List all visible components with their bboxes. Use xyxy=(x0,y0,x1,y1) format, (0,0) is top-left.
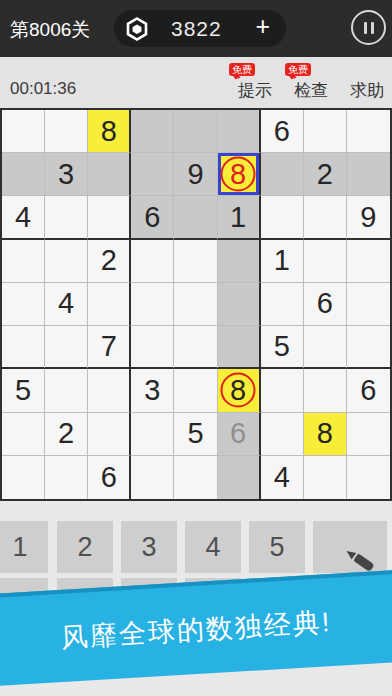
cell-digit: 5 xyxy=(15,374,31,407)
top-bar: 第8006关 3822 + xyxy=(0,0,392,57)
cell-r0c7[interactable] xyxy=(304,110,347,153)
cell-r6c7[interactable] xyxy=(304,369,347,412)
cell-r7c7[interactable]: 8 xyxy=(304,413,347,456)
cell-r1c5[interactable]: 8 xyxy=(218,153,261,196)
cell-digit: 8 xyxy=(230,158,246,191)
free-badge: 免费 xyxy=(285,63,311,76)
cell-r3c8[interactable] xyxy=(347,240,390,283)
pause-icon xyxy=(364,22,367,34)
cell-digit: 6 xyxy=(317,287,333,320)
cell-r8c3[interactable] xyxy=(131,456,174,499)
cell-r1c1[interactable]: 3 xyxy=(45,153,88,196)
cell-r2c3[interactable]: 6 xyxy=(131,196,174,239)
cell-r6c5[interactable]: 8 xyxy=(218,369,261,412)
cell-r3c5[interactable] xyxy=(218,240,261,283)
cell-digit: 9 xyxy=(360,201,376,234)
cell-r8c4[interactable] xyxy=(174,456,217,499)
cell-digit: 1 xyxy=(230,201,246,234)
sudoku-board: 86398246192146755386256864 xyxy=(0,108,392,501)
cell-r2c7[interactable] xyxy=(304,196,347,239)
free-badge: 免费 xyxy=(229,63,255,76)
cell-r6c4[interactable] xyxy=(174,369,217,412)
cell-r5c6[interactable]: 5 xyxy=(261,326,304,369)
cell-r3c6[interactable]: 1 xyxy=(261,240,304,283)
cell-r6c6[interactable] xyxy=(261,369,304,412)
cell-digit: 5 xyxy=(187,417,203,450)
cell-r4c0[interactable] xyxy=(2,283,45,326)
cell-r8c2[interactable]: 6 xyxy=(88,456,131,499)
cell-r8c5[interactable] xyxy=(218,456,261,499)
cell-r8c8[interactable] xyxy=(347,456,390,499)
cell-r7c2[interactable] xyxy=(88,413,131,456)
cell-digit: 2 xyxy=(58,417,74,450)
cell-r2c4[interactable] xyxy=(174,196,217,239)
cell-digit: 8 xyxy=(230,374,246,407)
cell-digit: 4 xyxy=(58,287,74,320)
cell-r3c4[interactable] xyxy=(174,240,217,283)
cell-digit: 6 xyxy=(144,201,160,234)
cell-digit: 3 xyxy=(144,374,160,407)
cell-r1c8[interactable] xyxy=(347,153,390,196)
cell-r5c3[interactable] xyxy=(131,326,174,369)
cell-r7c5[interactable]: 6 xyxy=(218,413,261,456)
numpad-button-3[interactable]: 3 xyxy=(121,521,177,573)
cell-r6c8[interactable]: 6 xyxy=(347,369,390,412)
cell-r7c3[interactable] xyxy=(131,413,174,456)
cell-digit: 1 xyxy=(274,244,290,277)
cell-r3c3[interactable] xyxy=(131,240,174,283)
cell-r4c1[interactable]: 4 xyxy=(45,283,88,326)
level-label: 第8006关 xyxy=(10,17,90,43)
cell-r1c7[interactable]: 2 xyxy=(304,153,347,196)
cell-r5c4[interactable] xyxy=(174,326,217,369)
cell-r7c1[interactable]: 2 xyxy=(45,413,88,456)
cell-r2c8[interactable]: 9 xyxy=(347,196,390,239)
cell-digit: 2 xyxy=(101,244,117,277)
cell-r4c4[interactable] xyxy=(174,283,217,326)
cell-digit: 6 xyxy=(274,115,290,148)
cell-r5c7[interactable] xyxy=(304,326,347,369)
cell-r7c4[interactable]: 5 xyxy=(174,413,217,456)
add-coins-button[interactable]: + xyxy=(255,12,270,41)
cell-r6c1[interactable] xyxy=(45,369,88,412)
cell-r7c0[interactable] xyxy=(2,413,45,456)
cell-r0c1[interactable] xyxy=(45,110,88,153)
cell-digit: 6 xyxy=(360,374,376,407)
cell-r4c6[interactable] xyxy=(261,283,304,326)
help-button-label: 求助 xyxy=(350,81,384,100)
cell-r8c6[interactable]: 4 xyxy=(261,456,304,499)
cell-digit: 8 xyxy=(317,417,333,450)
cell-r6c0[interactable]: 5 xyxy=(2,369,45,412)
sudoku-app-screen: 第8006关 3822 + 00:01:36 免费 提示 免费 检查 xyxy=(0,0,392,696)
cell-r3c7[interactable] xyxy=(304,240,347,283)
toolbar: 00:01:36 免费 提示 免费 检查 求助 xyxy=(0,57,392,108)
coin-pill-button[interactable]: 3822 + xyxy=(114,10,286,47)
cell-r5c1[interactable] xyxy=(45,326,88,369)
toolbar-actions: 免费 提示 免费 检查 求助 xyxy=(216,79,384,102)
cell-r4c8[interactable] xyxy=(347,283,390,326)
cell-r5c5[interactable] xyxy=(218,326,261,369)
cell-r1c0[interactable] xyxy=(2,153,45,196)
cell-r6c3[interactable]: 3 xyxy=(131,369,174,412)
numpad-button-4[interactable]: 4 xyxy=(185,521,241,573)
check-button-label: 检查 xyxy=(294,81,328,100)
numpad-button-1[interactable]: 1 xyxy=(0,521,48,573)
cell-r6c2[interactable] xyxy=(88,369,131,412)
cell-r5c2[interactable]: 7 xyxy=(88,326,131,369)
cell-r8c0[interactable] xyxy=(2,456,45,499)
cell-r8c7[interactable] xyxy=(304,456,347,499)
hint-button-label: 提示 xyxy=(238,81,272,100)
check-button[interactable]: 免费 检查 xyxy=(294,79,328,102)
cell-r0c4[interactable] xyxy=(174,110,217,153)
cell-r4c2[interactable] xyxy=(88,283,131,326)
cell-r8c1[interactable] xyxy=(45,456,88,499)
cell-r2c0[interactable]: 4 xyxy=(2,196,45,239)
cell-r2c6[interactable] xyxy=(261,196,304,239)
cell-r3c1[interactable] xyxy=(45,240,88,283)
cell-digit: 6 xyxy=(101,461,117,494)
cell-digit: 8 xyxy=(101,115,117,148)
cell-digit: 4 xyxy=(274,461,290,494)
cell-r3c0[interactable] xyxy=(2,240,45,283)
ad-banner-text: 风靡全球的数独经典! xyxy=(60,604,332,656)
cell-r1c2[interactable] xyxy=(88,153,131,196)
cell-r0c5[interactable] xyxy=(218,110,261,153)
cell-r2c2[interactable] xyxy=(88,196,131,239)
cell-r1c3[interactable] xyxy=(131,153,174,196)
cell-r1c6[interactable] xyxy=(261,153,304,196)
cell-digit: 7 xyxy=(101,330,117,363)
cell-r5c8[interactable] xyxy=(347,326,390,369)
cell-r1c4[interactable]: 9 xyxy=(174,153,217,196)
cell-r4c7[interactable]: 6 xyxy=(304,283,347,326)
cell-r7c6[interactable] xyxy=(261,413,304,456)
help-button[interactable]: 求助 xyxy=(350,79,384,102)
coin-count: 3822 xyxy=(171,17,222,41)
numpad-button-2[interactable]: 2 xyxy=(57,521,113,573)
cell-r7c8[interactable] xyxy=(347,413,390,456)
cell-r4c5[interactable] xyxy=(218,283,261,326)
cell-digit: 3 xyxy=(58,158,74,191)
cell-r2c1[interactable] xyxy=(45,196,88,239)
gem-icon xyxy=(125,17,149,41)
pause-button[interactable] xyxy=(351,10,386,45)
cell-r0c2[interactable]: 8 xyxy=(88,110,131,153)
cell-digit: 4 xyxy=(15,201,31,234)
cell-r4c3[interactable] xyxy=(131,283,174,326)
cell-r3c2[interactable]: 2 xyxy=(88,240,131,283)
timer-label: 00:01:36 xyxy=(10,79,76,99)
cell-digit: 9 xyxy=(187,158,203,191)
cell-digit: 6 xyxy=(230,417,246,450)
cell-digit: 2 xyxy=(317,158,333,191)
cell-r0c3[interactable] xyxy=(131,110,174,153)
cell-r0c8[interactable] xyxy=(347,110,390,153)
pause-icon xyxy=(371,22,374,34)
cell-r0c0[interactable] xyxy=(2,110,45,153)
numpad-button-5[interactable]: 5 xyxy=(249,521,305,573)
cell-r0c6[interactable]: 6 xyxy=(261,110,304,153)
hint-button[interactable]: 免费 提示 xyxy=(238,79,272,102)
cell-r2c5[interactable]: 1 xyxy=(218,196,261,239)
cell-r5c0[interactable] xyxy=(2,326,45,369)
cell-digit: 5 xyxy=(274,330,290,363)
